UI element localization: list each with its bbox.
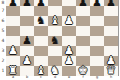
square-e3[interactable]: ♟ [62,46,76,56]
square-e7[interactable] [62,6,76,16]
square-e4[interactable] [62,36,76,46]
chess-board: ♟♟♟♟♟♟♞♝♟♟♞♟♟♟♟♟♜♝♞♚♛ [6,0,119,76]
square-c6[interactable]: ♞ [34,16,48,26]
square-e2[interactable]: ♟ [62,56,76,66]
square-g2[interactable] [90,56,104,66]
square-c3[interactable] [34,46,48,56]
piece-white-bishop: ♝ [50,16,60,26]
square-c7[interactable] [34,6,48,16]
piece-black-knight: ♞ [50,36,60,46]
square-c4[interactable] [34,36,48,46]
square-b5[interactable] [20,26,34,36]
file-label-a: a [6,76,20,80]
chess-diagram: 87654321 ♟♟♟♟♟♟♞♝♟♟♞♟♟♟♟♟♜♝♞♚♛ abcdefgh [0,0,120,80]
piece-black-pawn: ♟ [22,36,32,46]
piece-black-knight: ♞ [36,16,46,26]
file-label-g: g [90,76,104,80]
square-d5[interactable] [48,26,62,36]
square-g5[interactable] [90,26,104,36]
square-g6[interactable] [90,16,104,26]
square-d2[interactable] [48,56,62,66]
square-a2[interactable] [6,56,20,66]
piece-white-pawn: ♟ [64,56,74,66]
square-f5[interactable] [76,26,90,36]
square-a7[interactable] [6,6,20,16]
file-labels: abcdefgh [6,76,118,80]
square-e5[interactable] [62,26,76,36]
file-label-d: d [48,76,62,80]
square-b6[interactable] [20,16,34,26]
piece-white-pawn: ♟ [64,46,74,56]
piece-white-pawn: ♟ [64,16,74,26]
square-f2[interactable] [76,56,90,66]
file-label-h: h [104,76,118,80]
file-label-c: c [34,76,48,80]
square-h5[interactable] [104,26,118,36]
piece-white-pawn: ♟ [22,56,32,66]
square-c5[interactable] [34,26,48,36]
piece-white-pawn: ♟ [106,56,116,66]
square-g4[interactable] [90,36,104,46]
square-b7[interactable] [20,6,34,16]
square-h4[interactable] [104,36,118,46]
square-f6[interactable] [76,16,90,26]
square-a5[interactable] [6,26,20,36]
square-a4[interactable] [6,36,20,46]
square-e6[interactable]: ♟ [62,16,76,26]
square-b4[interactable]: ♟ [20,36,34,46]
square-b3[interactable] [20,46,34,56]
piece-white-pawn: ♟ [8,46,18,56]
file-label-f: f [76,76,90,80]
square-h6[interactable] [104,16,118,26]
square-h7[interactable] [104,6,118,16]
square-c2[interactable] [34,56,48,66]
square-g7[interactable] [90,6,104,16]
square-a6[interactable] [6,16,20,26]
square-a3[interactable]: ♟ [6,46,20,56]
square-d4[interactable]: ♞ [48,36,62,46]
square-d3[interactable] [48,46,62,56]
file-label-e: e [62,76,76,80]
square-b2[interactable]: ♟ [20,56,34,66]
file-label-b: b [20,76,34,80]
square-f7[interactable] [76,6,90,16]
square-h3[interactable] [104,46,118,56]
square-f4[interactable] [76,36,90,46]
square-d6[interactable]: ♝ [48,16,62,26]
square-f3[interactable] [76,46,90,56]
square-d7[interactable] [48,6,62,16]
square-g3[interactable] [90,46,104,56]
square-h2[interactable]: ♟ [104,56,118,66]
